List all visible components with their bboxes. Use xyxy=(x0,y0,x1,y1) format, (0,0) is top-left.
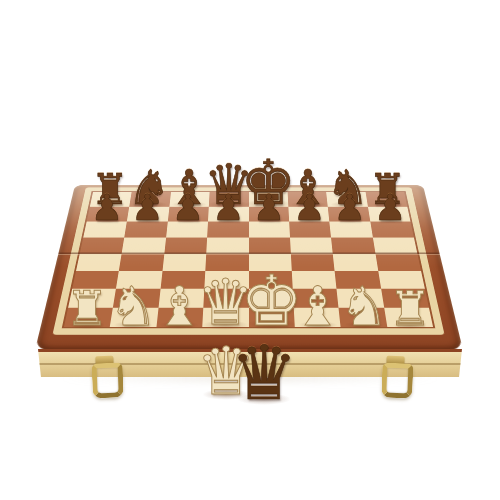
square-h3 xyxy=(378,271,425,289)
square-f1 xyxy=(294,307,341,327)
square-a2 xyxy=(68,289,116,308)
square-f2 xyxy=(293,289,339,308)
square-e2 xyxy=(249,289,294,308)
square-d3 xyxy=(204,271,248,289)
square-g6 xyxy=(330,222,373,238)
chess-set-photo: ♜♞♝♛♚♝♞♜♟♟♟♟♟♟♟♟♜♞♝♛♚♝♞♜♛♛ xyxy=(0,0,500,500)
spare-dark-queen-shadow xyxy=(237,393,291,405)
spare-light-queen-shadow xyxy=(202,389,250,400)
square-c3 xyxy=(160,271,205,289)
square-h4 xyxy=(375,254,421,271)
square-b7 xyxy=(127,206,169,221)
square-b3 xyxy=(116,271,162,289)
square-b8 xyxy=(130,192,171,207)
square-g4 xyxy=(333,254,378,271)
right-brass-clasp xyxy=(381,356,408,397)
square-e5 xyxy=(249,237,291,253)
clasp-loop-icon xyxy=(92,362,124,398)
square-e7 xyxy=(249,206,289,221)
square-b6 xyxy=(125,222,168,238)
square-b4 xyxy=(119,254,164,271)
square-b1 xyxy=(110,307,158,327)
clasp-loop-icon xyxy=(381,363,413,399)
square-d2 xyxy=(203,289,248,308)
square-f8 xyxy=(287,192,327,207)
square-c7 xyxy=(168,206,209,221)
square-a4 xyxy=(76,254,122,271)
square-e4 xyxy=(249,254,292,271)
square-g1 xyxy=(339,307,387,327)
square-f4 xyxy=(291,254,335,271)
square-d1 xyxy=(202,307,248,327)
square-e1 xyxy=(249,307,295,327)
square-b5 xyxy=(122,237,166,253)
square-c1 xyxy=(156,307,203,327)
square-d4 xyxy=(205,254,248,271)
square-c8 xyxy=(169,192,209,207)
square-g2 xyxy=(337,289,384,308)
square-h2 xyxy=(381,289,429,308)
square-a6 xyxy=(83,222,127,238)
square-d5 xyxy=(206,237,248,253)
square-a8 xyxy=(90,192,132,207)
square-c6 xyxy=(166,222,208,238)
square-a3 xyxy=(72,271,119,289)
square-b2 xyxy=(113,289,160,308)
square-a7 xyxy=(87,206,130,221)
square-h6 xyxy=(370,222,414,238)
square-c4 xyxy=(162,254,206,271)
board-fold-seam xyxy=(58,252,440,254)
square-e3 xyxy=(249,271,293,289)
square-g8 xyxy=(326,192,367,207)
square-e6 xyxy=(249,222,290,238)
square-h5 xyxy=(373,237,418,253)
square-f7 xyxy=(288,206,329,221)
board-frame xyxy=(35,185,463,350)
square-d8 xyxy=(209,192,249,207)
square-a5 xyxy=(80,237,125,253)
square-g3 xyxy=(335,271,381,289)
square-g5 xyxy=(331,237,375,253)
square-a1 xyxy=(64,307,113,327)
square-h8 xyxy=(365,192,407,207)
square-d7 xyxy=(208,206,248,221)
square-c2 xyxy=(158,289,204,308)
square-e8 xyxy=(249,192,289,207)
square-f5 xyxy=(290,237,333,253)
square-h7 xyxy=(368,206,411,221)
square-f3 xyxy=(292,271,337,289)
square-f6 xyxy=(289,222,331,238)
square-d6 xyxy=(207,222,248,238)
left-brass-clasp xyxy=(91,356,118,397)
square-c5 xyxy=(164,237,207,253)
board-squares xyxy=(64,192,433,327)
square-g7 xyxy=(328,206,370,221)
square-h1 xyxy=(384,307,433,327)
